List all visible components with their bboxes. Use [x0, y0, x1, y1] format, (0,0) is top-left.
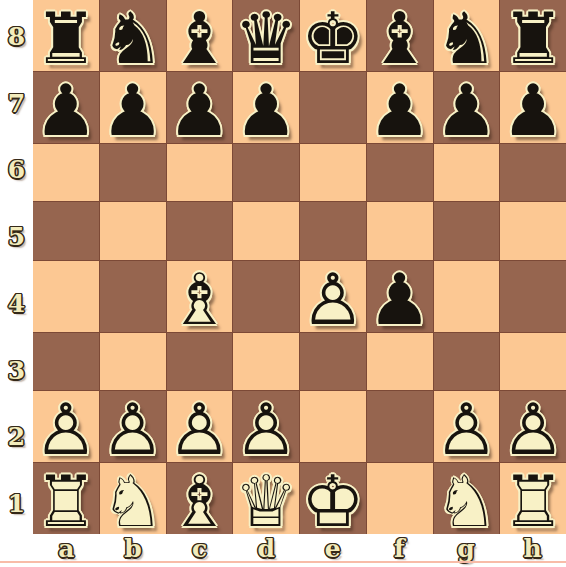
square-h8[interactable]: ♜ — [500, 0, 566, 71]
white-king-e1[interactable]: ♚♔ — [300, 463, 366, 534]
square-d6[interactable] — [233, 144, 299, 201]
black-bishop-f8[interactable]: ♝ — [367, 0, 433, 71]
piece-glyph: ♟ — [368, 264, 432, 335]
piece-outline-glyph: ♙ — [435, 394, 499, 465]
square-d7[interactable]: ♟ — [233, 72, 299, 143]
square-b7[interactable]: ♟ — [100, 72, 166, 143]
piece-glyph: ♟ — [368, 75, 432, 146]
square-e1[interactable]: ♚♔ — [300, 463, 366, 534]
rank-label-6: 6 — [0, 137, 33, 204]
piece-outline-glyph: ♙ — [101, 394, 165, 465]
white-rook-h1[interactable]: ♜♖ — [500, 463, 566, 534]
square-a1[interactable]: ♜♖ — [33, 463, 99, 534]
black-bishop-c8[interactable]: ♝ — [167, 0, 233, 71]
black-pawn-f7[interactable]: ♟ — [367, 72, 433, 143]
black-pawn-a7[interactable]: ♟ — [33, 72, 99, 143]
piece-outline-glyph: ♔ — [301, 466, 365, 537]
square-f6[interactable] — [367, 144, 433, 201]
square-f7[interactable]: ♟ — [367, 72, 433, 143]
piece-glyph: ♟ — [34, 75, 98, 146]
piece-outline-glyph: ♙ — [34, 394, 98, 465]
rank-label-3: 3 — [0, 337, 33, 404]
piece-outline-glyph: ♙ — [301, 264, 365, 335]
piece-glyph: ♟ — [234, 75, 298, 146]
square-b1[interactable]: ♞♘ — [100, 463, 166, 534]
square-a8[interactable]: ♜ — [33, 0, 99, 71]
piece-glyph: ♟ — [501, 75, 565, 146]
square-g5[interactable] — [434, 202, 500, 259]
square-b4[interactable] — [100, 261, 166, 332]
square-d4[interactable] — [233, 261, 299, 332]
black-rook-h8[interactable]: ♜ — [500, 0, 566, 71]
square-e3[interactable] — [300, 333, 366, 390]
piece-glyph: ♛ — [234, 3, 298, 74]
square-g2[interactable]: ♟♙ — [434, 391, 500, 462]
piece-outline-glyph: ♗ — [168, 264, 232, 335]
piece-glyph: ♞ — [101, 3, 165, 74]
black-pawn-g7[interactable]: ♟ — [434, 72, 500, 143]
square-c4[interactable]: ♝♗ — [167, 261, 233, 332]
chessboard-diagram: 87654321 ♜♞♝♛♚♝♞♜♟♟♟♟♟♟♟♝♗♟♙♟♟♙♟♙♟♙♟♙♟♙♟… — [0, 0, 566, 567]
piece-glyph: ♝ — [368, 3, 432, 74]
black-rook-a8[interactable]: ♜ — [33, 0, 99, 71]
square-h1[interactable]: ♜♖ — [500, 463, 566, 534]
square-h2[interactable]: ♟♙ — [500, 391, 566, 462]
square-e4[interactable]: ♟♙ — [300, 261, 366, 332]
square-c5[interactable] — [167, 202, 233, 259]
bottom-divider-line — [0, 561, 566, 563]
square-f3[interactable] — [367, 333, 433, 390]
square-g6[interactable] — [434, 144, 500, 201]
square-h6[interactable] — [500, 144, 566, 201]
square-e5[interactable] — [300, 202, 366, 259]
square-f4[interactable]: ♟ — [367, 261, 433, 332]
white-pawn-a2[interactable]: ♟♙ — [33, 391, 99, 462]
piece-outline-glyph: ♖ — [501, 466, 565, 537]
square-b2[interactable]: ♟♙ — [100, 391, 166, 462]
square-d5[interactable] — [233, 202, 299, 259]
square-h5[interactable] — [500, 202, 566, 259]
square-e6[interactable] — [300, 144, 366, 201]
square-h3[interactable] — [500, 333, 566, 390]
rank-label-8: 8 — [0, 3, 33, 70]
square-e7[interactable] — [300, 72, 366, 143]
piece-glyph: ♚ — [301, 3, 365, 74]
white-pawn-h2[interactable]: ♟♙ — [500, 391, 566, 462]
rank-label-7: 7 — [0, 70, 33, 137]
piece-outline-glyph: ♗ — [168, 466, 232, 537]
square-a6[interactable] — [33, 144, 99, 201]
square-a4[interactable] — [33, 261, 99, 332]
black-pawn-b7[interactable]: ♟ — [100, 72, 166, 143]
piece-outline-glyph: ♖ — [34, 466, 98, 537]
square-c1[interactable]: ♝♗ — [167, 463, 233, 534]
piece-outline-glyph: ♙ — [501, 394, 565, 465]
rank-label-1: 1 — [0, 470, 33, 537]
square-f1[interactable] — [367, 463, 433, 534]
piece-outline-glyph: ♘ — [101, 466, 165, 537]
square-g4[interactable] — [434, 261, 500, 332]
piece-outline-glyph: ♙ — [168, 394, 232, 465]
white-pawn-d2[interactable]: ♟♙ — [233, 391, 299, 462]
square-d1[interactable]: ♛♕ — [233, 463, 299, 534]
square-f5[interactable] — [367, 202, 433, 259]
square-g8[interactable]: ♞ — [434, 0, 500, 71]
black-knight-g8[interactable]: ♞ — [434, 0, 500, 71]
white-knight-g1[interactable]: ♞♘ — [434, 463, 500, 534]
white-pawn-c2[interactable]: ♟♙ — [167, 391, 233, 462]
black-pawn-d7[interactable]: ♟ — [233, 72, 299, 143]
black-knight-b8[interactable]: ♞ — [100, 0, 166, 71]
square-d3[interactable] — [233, 333, 299, 390]
piece-glyph: ♝ — [168, 3, 232, 74]
square-d2[interactable]: ♟♙ — [233, 391, 299, 462]
square-c7[interactable]: ♟ — [167, 72, 233, 143]
piece-outline-glyph: ♙ — [234, 394, 298, 465]
rank-labels: 87654321 — [0, 0, 33, 534]
square-c8[interactable]: ♝ — [167, 0, 233, 71]
white-rook-a1[interactable]: ♜♖ — [33, 463, 99, 534]
square-g1[interactable]: ♞♘ — [434, 463, 500, 534]
square-a7[interactable]: ♟ — [33, 72, 99, 143]
white-pawn-e4[interactable]: ♟♙ — [300, 261, 366, 332]
white-bishop-c1[interactable]: ♝♗ — [167, 463, 233, 534]
square-f8[interactable]: ♝ — [367, 0, 433, 71]
white-pawn-g2[interactable]: ♟♙ — [434, 391, 500, 462]
white-bishop-c4[interactable]: ♝♗ — [167, 261, 233, 332]
square-e8[interactable]: ♚ — [300, 0, 366, 71]
white-pawn-b2[interactable]: ♟♙ — [100, 391, 166, 462]
piece-outline-glyph: ♘ — [435, 466, 499, 537]
piece-glyph: ♞ — [435, 3, 499, 74]
black-pawn-f4[interactable]: ♟ — [367, 261, 433, 332]
piece-glyph: ♜ — [501, 3, 565, 74]
piece-glyph: ♟ — [101, 75, 165, 146]
black-pawn-h7[interactable]: ♟ — [500, 72, 566, 143]
square-d8[interactable]: ♛ — [233, 0, 299, 71]
black-king-e8[interactable]: ♚ — [300, 0, 366, 71]
black-queen-d8[interactable]: ♛ — [233, 0, 299, 71]
square-g3[interactable] — [434, 333, 500, 390]
square-e2[interactable] — [300, 391, 366, 462]
piece-glyph: ♟ — [435, 75, 499, 146]
square-h7[interactable]: ♟ — [500, 72, 566, 143]
square-c6[interactable] — [167, 144, 233, 201]
white-knight-b1[interactable]: ♞♘ — [100, 463, 166, 534]
square-a2[interactable]: ♟♙ — [33, 391, 99, 462]
square-c2[interactable]: ♟♙ — [167, 391, 233, 462]
square-h4[interactable] — [500, 261, 566, 332]
white-queen-d1[interactable]: ♛♕ — [233, 463, 299, 534]
square-b3[interactable] — [100, 333, 166, 390]
rank-label-4: 4 — [0, 270, 33, 337]
square-b6[interactable] — [100, 144, 166, 201]
board: ♜♞♝♛♚♝♞♜♟♟♟♟♟♟♟♝♗♟♙♟♟♙♟♙♟♙♟♙♟♙♟♙♜♖♞♘♝♗♛♕… — [33, 0, 566, 534]
square-a5[interactable] — [33, 202, 99, 259]
square-f2[interactable] — [367, 391, 433, 462]
piece-glyph: ♜ — [34, 3, 98, 74]
square-b5[interactable] — [100, 202, 166, 259]
square-b8[interactable]: ♞ — [100, 0, 166, 71]
rank-label-2: 2 — [0, 404, 33, 471]
rank-label-5: 5 — [0, 203, 33, 270]
square-a3[interactable] — [33, 333, 99, 390]
black-pawn-c7[interactable]: ♟ — [167, 72, 233, 143]
square-g7[interactable]: ♟ — [434, 72, 500, 143]
square-c3[interactable] — [167, 333, 233, 390]
piece-outline-glyph: ♕ — [234, 466, 298, 537]
piece-glyph: ♟ — [168, 75, 232, 146]
